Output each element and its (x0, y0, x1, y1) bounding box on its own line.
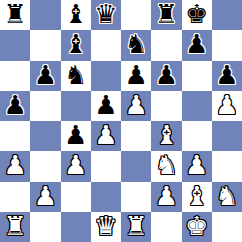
piece-black-pawn[interactable]: ♟ (3, 92, 26, 118)
square-d2[interactable] (91, 182, 121, 212)
square-e7[interactable]: ♞ (121, 30, 151, 60)
square-f1[interactable] (151, 212, 181, 242)
square-g5[interactable] (182, 91, 212, 121)
square-h4[interactable] (212, 121, 242, 151)
square-f2[interactable]: ♟ (151, 182, 181, 212)
square-g7[interactable]: ♟ (182, 30, 212, 60)
square-e6[interactable]: ♟ (121, 61, 151, 91)
square-d4[interactable]: ♟ (91, 121, 121, 151)
piece-black-pawn[interactable]: ♟ (185, 31, 208, 57)
square-e1[interactable]: ♜ (121, 212, 151, 242)
square-d6[interactable] (91, 61, 121, 91)
piece-white-rook[interactable]: ♜ (3, 213, 26, 239)
piece-black-pawn[interactable]: ♟ (124, 62, 147, 88)
square-e2[interactable] (121, 182, 151, 212)
square-h7[interactable] (212, 30, 242, 60)
piece-white-pawn[interactable]: ♟ (94, 122, 117, 148)
piece-white-bishop[interactable]: ♝ (185, 183, 208, 209)
square-h3[interactable] (212, 151, 242, 181)
piece-black-rook[interactable]: ♜ (155, 1, 178, 27)
square-b2[interactable]: ♟ (30, 182, 60, 212)
square-d1[interactable]: ♛ (91, 212, 121, 242)
piece-black-rook[interactable]: ♜ (3, 1, 26, 27)
piece-black-queen[interactable]: ♛ (94, 1, 117, 27)
square-c6[interactable]: ♞ (61, 61, 91, 91)
square-g4[interactable] (182, 121, 212, 151)
square-c8[interactable]: ♝ (61, 0, 91, 30)
square-a2[interactable] (0, 182, 30, 212)
square-f3[interactable]: ♞ (151, 151, 181, 181)
piece-black-pawn[interactable]: ♟ (64, 122, 87, 148)
square-g2[interactable]: ♝ (182, 182, 212, 212)
square-c2[interactable] (61, 182, 91, 212)
square-b4[interactable] (30, 121, 60, 151)
square-f4[interactable]: ♝ (151, 121, 181, 151)
square-c4[interactable]: ♟ (61, 121, 91, 151)
square-f7[interactable] (151, 30, 181, 60)
square-e8[interactable] (121, 0, 151, 30)
square-d8[interactable]: ♛ (91, 0, 121, 30)
piece-black-pawn[interactable]: ♟ (155, 62, 178, 88)
square-c5[interactable] (61, 91, 91, 121)
square-h2[interactable]: ♞ (212, 182, 242, 212)
square-e4[interactable] (121, 121, 151, 151)
piece-white-pawn[interactable]: ♟ (34, 183, 57, 209)
piece-black-bishop[interactable]: ♝ (64, 1, 87, 27)
piece-black-knight[interactable]: ♞ (124, 31, 147, 57)
square-c1[interactable] (61, 212, 91, 242)
square-a7[interactable] (0, 30, 30, 60)
square-h6[interactable]: ♟ (212, 61, 242, 91)
piece-white-queen[interactable]: ♛ (94, 213, 117, 239)
chess-board-container: ♜♝♛♜♚♝♞♟♟♞♟♟♟♟♟♟♟♟♟♝♟♟♞♟♟♟♝♞♜♛♜♚ (0, 0, 242, 242)
piece-black-pawn[interactable]: ♟ (34, 62, 57, 88)
square-g6[interactable] (182, 61, 212, 91)
square-c7[interactable]: ♝ (61, 30, 91, 60)
square-d7[interactable] (91, 30, 121, 60)
piece-white-bishop[interactable]: ♝ (155, 122, 178, 148)
square-h5[interactable]: ♟ (212, 91, 242, 121)
square-h1[interactable] (212, 212, 242, 242)
square-b7[interactable] (30, 30, 60, 60)
piece-white-pawn[interactable]: ♟ (185, 152, 208, 178)
square-g1[interactable]: ♚ (182, 212, 212, 242)
piece-black-pawn[interactable]: ♟ (94, 92, 117, 118)
piece-white-king[interactable]: ♚ (185, 213, 208, 239)
square-b1[interactable] (30, 212, 60, 242)
square-b5[interactable] (30, 91, 60, 121)
square-d3[interactable] (91, 151, 121, 181)
square-a1[interactable]: ♜ (0, 212, 30, 242)
square-b3[interactable] (30, 151, 60, 181)
piece-white-pawn[interactable]: ♟ (64, 152, 87, 178)
square-a6[interactable] (0, 61, 30, 91)
piece-white-rook[interactable]: ♜ (124, 213, 147, 239)
piece-white-pawn[interactable]: ♟ (3, 152, 26, 178)
piece-white-knight[interactable]: ♞ (155, 152, 178, 178)
square-a3[interactable]: ♟ (0, 151, 30, 181)
square-a8[interactable]: ♜ (0, 0, 30, 30)
square-f8[interactable]: ♜ (151, 0, 181, 30)
square-f5[interactable] (151, 91, 181, 121)
chess-board: ♜♝♛♜♚♝♞♟♟♞♟♟♟♟♟♟♟♟♟♝♟♟♞♟♟♟♝♞♜♛♜♚ (0, 0, 242, 242)
square-h8[interactable] (212, 0, 242, 30)
square-d5[interactable]: ♟ (91, 91, 121, 121)
square-g3[interactable]: ♟ (182, 151, 212, 181)
square-c3[interactable]: ♟ (61, 151, 91, 181)
square-f6[interactable]: ♟ (151, 61, 181, 91)
square-e3[interactable] (121, 151, 151, 181)
piece-black-pawn[interactable]: ♟ (215, 62, 238, 88)
square-b6[interactable]: ♟ (30, 61, 60, 91)
square-g8[interactable]: ♚ (182, 0, 212, 30)
square-b8[interactable] (30, 0, 60, 30)
piece-black-bishop[interactable]: ♝ (64, 31, 87, 57)
square-e5[interactable]: ♟ (121, 91, 151, 121)
piece-white-pawn[interactable]: ♟ (155, 183, 178, 209)
piece-white-pawn[interactable]: ♟ (124, 92, 147, 118)
piece-black-king[interactable]: ♚ (185, 1, 208, 27)
piece-white-pawn[interactable]: ♟ (215, 92, 238, 118)
piece-black-knight[interactable]: ♞ (64, 62, 87, 88)
piece-white-knight[interactable]: ♞ (215, 183, 238, 209)
square-a5[interactable]: ♟ (0, 91, 30, 121)
square-a4[interactable] (0, 121, 30, 151)
